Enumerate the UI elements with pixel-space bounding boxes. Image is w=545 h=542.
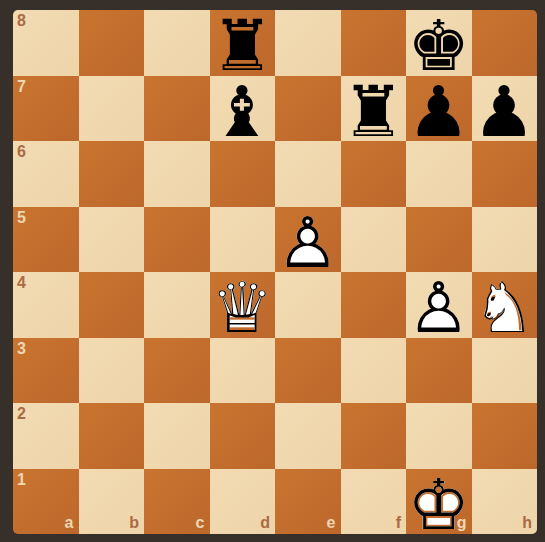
square-f6[interactable]	[341, 141, 407, 207]
square-h2[interactable]	[472, 403, 538, 469]
square-e3[interactable]	[275, 338, 341, 404]
square-b4[interactable]	[79, 272, 145, 338]
square-c2[interactable]	[144, 403, 210, 469]
square-a7[interactable]: 7	[13, 76, 79, 142]
white-king[interactable]: ♚♔	[406, 470, 472, 535]
square-e8[interactable]	[275, 10, 341, 76]
square-b1[interactable]: b	[79, 469, 145, 535]
square-c5[interactable]	[144, 207, 210, 273]
square-f4[interactable]	[341, 272, 407, 338]
square-c1[interactable]: c	[144, 469, 210, 535]
square-e2[interactable]	[275, 403, 341, 469]
square-d6[interactable]	[210, 141, 276, 207]
square-a3[interactable]: 3	[13, 338, 79, 404]
square-d4[interactable]: ♛♕	[210, 272, 276, 338]
rank-label-4: 4	[17, 275, 26, 291]
square-a1[interactable]: 1a	[13, 469, 79, 535]
rank-label-1: 1	[17, 472, 26, 488]
file-label-d: d	[260, 515, 270, 531]
chess-board-container: 8♜♚7♝♜♟♟65♟♙4♛♕♟♙♞♘321abcdefg♚♔h	[13, 10, 537, 534]
square-d1[interactable]: d	[210, 469, 276, 535]
square-a8[interactable]: 8	[13, 10, 79, 76]
square-c8[interactable]	[144, 10, 210, 76]
rank-label-5: 5	[17, 210, 26, 226]
square-h7[interactable]: ♟	[472, 76, 538, 142]
white-pawn[interactable]: ♟♙	[275, 208, 341, 274]
square-b3[interactable]	[79, 338, 145, 404]
rank-label-7: 7	[17, 79, 26, 95]
black-rook-glyph: ♜	[342, 77, 405, 147]
rank-label-3: 3	[17, 341, 26, 357]
square-e5[interactable]: ♟♙	[275, 207, 341, 273]
square-c4[interactable]	[144, 272, 210, 338]
square-g1[interactable]: g♚♔	[406, 469, 472, 535]
square-f5[interactable]	[341, 207, 407, 273]
white-pawn-outline: ♙	[407, 273, 470, 343]
square-a4[interactable]: 4	[13, 272, 79, 338]
square-h6[interactable]	[472, 141, 538, 207]
square-b2[interactable]	[79, 403, 145, 469]
black-pawn-glyph: ♟	[473, 77, 536, 147]
square-d5[interactable]	[210, 207, 276, 273]
square-d2[interactable]	[210, 403, 276, 469]
rank-label-8: 8	[17, 13, 26, 29]
file-label-e: e	[327, 515, 336, 531]
square-b8[interactable]	[79, 10, 145, 76]
square-f2[interactable]	[341, 403, 407, 469]
file-label-c: c	[196, 515, 205, 531]
square-e6[interactable]	[275, 141, 341, 207]
square-a6[interactable]: 6	[13, 141, 79, 207]
square-b5[interactable]	[79, 207, 145, 273]
square-c3[interactable]	[144, 338, 210, 404]
chess-board: 8♜♚7♝♜♟♟65♟♙4♛♕♟♙♞♘321abcdefg♚♔h	[13, 10, 537, 534]
white-pawn-outline: ♙	[276, 208, 339, 278]
square-h1[interactable]: h	[472, 469, 538, 535]
square-h4[interactable]: ♞♘	[472, 272, 538, 338]
square-g7[interactable]: ♟	[406, 76, 472, 142]
black-pawn[interactable]: ♟	[472, 77, 538, 143]
white-knight-outline: ♘	[473, 273, 536, 343]
square-a5[interactable]: 5	[13, 207, 79, 273]
square-e1[interactable]: e	[275, 469, 341, 535]
rank-label-2: 2	[17, 406, 26, 422]
white-pawn[interactable]: ♟♙	[406, 273, 472, 339]
rank-label-6: 6	[17, 144, 26, 160]
white-queen[interactable]: ♛♕	[210, 273, 276, 339]
square-h5[interactable]	[472, 207, 538, 273]
file-label-a: a	[65, 515, 74, 531]
square-d3[interactable]	[210, 338, 276, 404]
square-f7[interactable]: ♜	[341, 76, 407, 142]
square-g5[interactable]	[406, 207, 472, 273]
square-c7[interactable]	[144, 76, 210, 142]
square-g3[interactable]	[406, 338, 472, 404]
square-f3[interactable]	[341, 338, 407, 404]
black-pawn-glyph: ♟	[407, 77, 470, 147]
square-f1[interactable]: f	[341, 469, 407, 535]
square-g8[interactable]: ♚	[406, 10, 472, 76]
square-h3[interactable]	[472, 338, 538, 404]
square-g2[interactable]	[406, 403, 472, 469]
black-bishop[interactable]: ♝	[210, 77, 276, 143]
square-f8[interactable]	[341, 10, 407, 76]
file-label-h: h	[522, 515, 532, 531]
square-g6[interactable]	[406, 141, 472, 207]
white-king-outline: ♔	[407, 470, 470, 535]
square-d8[interactable]: ♜	[210, 10, 276, 76]
file-label-f: f	[396, 515, 401, 531]
square-h8[interactable]	[472, 10, 538, 76]
white-queen-outline: ♕	[211, 273, 274, 343]
square-e4[interactable]	[275, 272, 341, 338]
white-knight[interactable]: ♞♘	[472, 273, 538, 339]
black-bishop-glyph: ♝	[211, 77, 274, 147]
square-g4[interactable]: ♟♙	[406, 272, 472, 338]
square-b7[interactable]	[79, 76, 145, 142]
square-e7[interactable]	[275, 76, 341, 142]
black-rook[interactable]: ♜	[210, 11, 276, 77]
black-king[interactable]: ♚	[406, 11, 472, 77]
black-rook[interactable]: ♜	[341, 77, 407, 143]
black-pawn[interactable]: ♟	[406, 77, 472, 143]
square-b6[interactable]	[79, 141, 145, 207]
square-c6[interactable]	[144, 141, 210, 207]
square-a2[interactable]: 2	[13, 403, 79, 469]
square-d7[interactable]: ♝	[210, 76, 276, 142]
file-label-b: b	[129, 515, 139, 531]
